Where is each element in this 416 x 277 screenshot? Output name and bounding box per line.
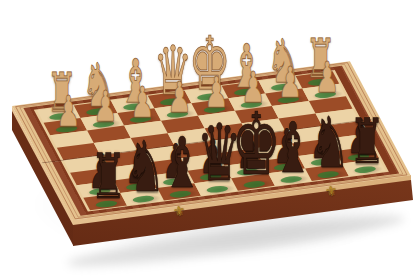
square[interactable]: ♞	[120, 188, 164, 205]
piece-white-pawn[interactable]: ♟	[93, 85, 117, 127]
piece-black-rook[interactable]: ♜	[349, 111, 385, 173]
brass-clasp-icon[interactable]: ⚜	[324, 183, 338, 199]
piece-black-knight[interactable]: ♞	[310, 108, 350, 178]
square[interactable]: ♝	[157, 183, 201, 200]
piece-black-knight[interactable]: ♞	[125, 133, 165, 203]
square[interactable]: ♝	[268, 168, 312, 185]
piece-white-pawn[interactable]: ♟	[56, 90, 80, 132]
square[interactable]: ♚	[231, 173, 275, 190]
square[interactable]: ♞	[305, 164, 349, 181]
piece-black-bishop[interactable]: ♝	[273, 113, 313, 183]
square[interactable]: ♜	[83, 193, 127, 210]
product-photo-stage: ♜♞♝♛♚♝♞♜♟♟♟♟♟♟♟♟♟♟♟♟♟♟♟♟♜♞♝♛♚♝♞♜ ⚜ ⚜	[0, 0, 416, 277]
piece-white-pawn[interactable]: ♟	[167, 75, 191, 117]
piece-white-pawn[interactable]: ♟	[315, 56, 339, 98]
piece-white-pawn[interactable]: ♟	[130, 80, 154, 122]
brass-clasp-icon[interactable]: ⚜	[172, 203, 186, 219]
piece-white-pawn[interactable]: ♟	[278, 61, 302, 103]
square[interactable]: ♜	[342, 159, 386, 176]
piece-white-pawn[interactable]: ♟	[204, 70, 228, 112]
piece-black-rook[interactable]: ♜	[90, 145, 126, 207]
